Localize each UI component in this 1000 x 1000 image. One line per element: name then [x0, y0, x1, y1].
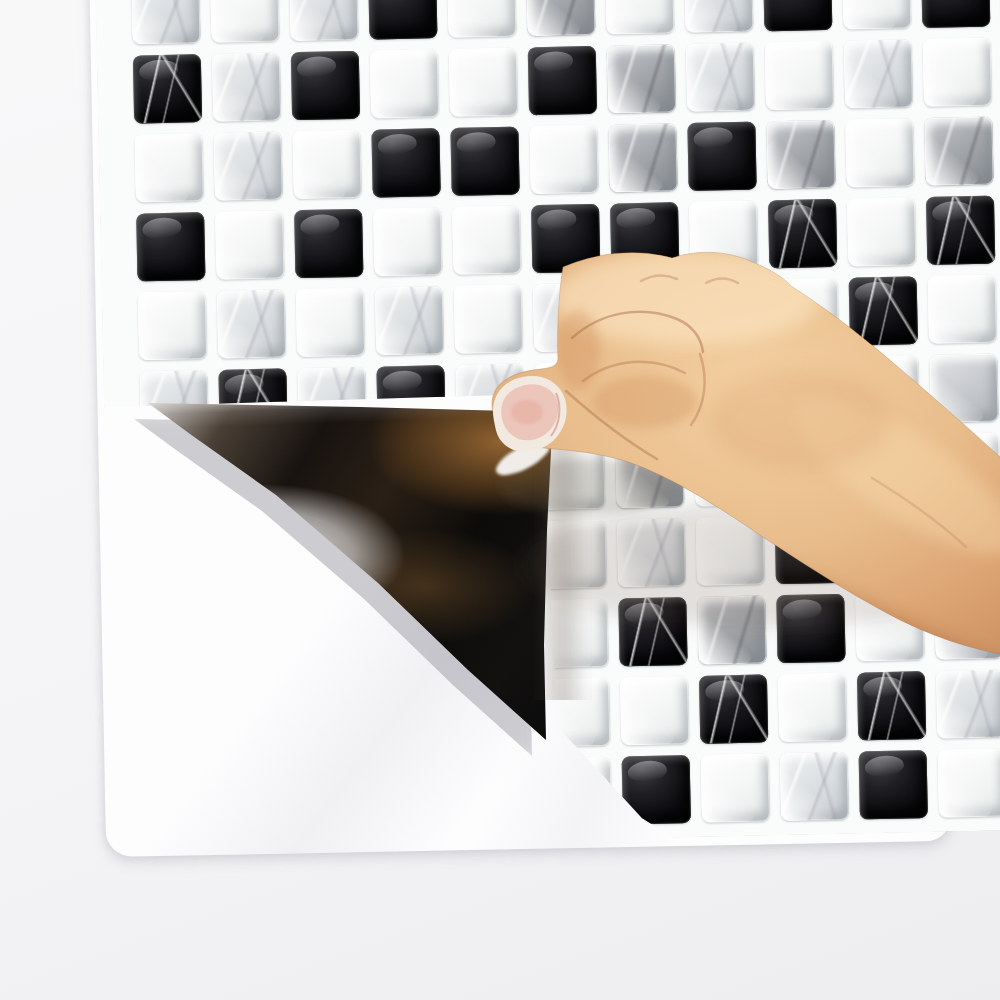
mosaic-tile-light-gray-marble — [217, 289, 286, 358]
mosaic-tile-glossy-white — [373, 207, 442, 276]
mosaic-tile-glossy-black — [371, 128, 440, 197]
mosaic-tile-dark-gray-marble — [526, 0, 595, 36]
mosaic-tile-glossy-black — [859, 750, 928, 819]
mosaic-tile-glossy-black — [450, 127, 519, 196]
mosaic-tile-glossy-black — [528, 46, 597, 115]
mosaic-tile-light-gray-marble — [289, 0, 358, 41]
mosaic-tile-glossy-white — [296, 288, 365, 357]
mosaic-tile-light-gray-marble — [780, 752, 849, 821]
mosaic-tile-dark-gray-marble — [608, 123, 677, 192]
mosaic-tile-glossy-black — [921, 0, 990, 28]
hand-illustration — [440, 230, 1000, 700]
mosaic-tile-light-gray-marble — [375, 286, 444, 355]
mosaic-tile-glossy-black — [136, 212, 205, 281]
mosaic-tile-glossy-white — [447, 0, 516, 38]
mosaic-tile-glossy-black — [763, 0, 832, 31]
mosaic-tile-glossy-white — [842, 0, 911, 30]
mosaic-tile-dark-gray-marble — [607, 44, 676, 113]
mosaic-tile-glossy-white — [292, 130, 361, 199]
mosaic-tile-light-gray-marble — [131, 0, 200, 45]
mosaic-tile-black-marble-veined — [133, 54, 202, 123]
mosaic-tile-glossy-white — [529, 125, 598, 194]
mosaic-tile-light-gray-marble — [684, 0, 753, 33]
mosaic-tile-dark-gray-marble — [766, 120, 835, 189]
mosaic-tile-glossy-white — [701, 753, 770, 822]
mosaic-tile-light-gray-marble — [844, 39, 913, 108]
mosaic-tile-glossy-white — [923, 38, 992, 107]
mosaic-tile-glossy-black — [294, 209, 363, 278]
mosaic-tile-light-gray-marble — [212, 52, 281, 121]
mosaic-tile-glossy-white — [215, 210, 284, 279]
mosaic-tile-dark-gray-marble — [924, 117, 993, 186]
mosaic-tile-glossy-white — [449, 48, 518, 117]
mosaic-tile-glossy-white — [845, 118, 914, 187]
mosaic-tile-glossy-white — [134, 133, 203, 202]
product-photo-scene — [0, 0, 1000, 1000]
mosaic-tile-glossy-white — [210, 0, 279, 43]
mosaic-tile-glossy-black — [368, 0, 437, 40]
hand — [440, 230, 1000, 700]
mosaic-tile-glossy-white — [937, 748, 1000, 817]
mosaic-tile-glossy-black — [291, 51, 360, 120]
mosaic-tile-glossy-white — [605, 0, 674, 35]
mosaic-tile-light-gray-marble — [686, 43, 755, 112]
mosaic-tile-glossy-white — [370, 49, 439, 118]
mosaic-tile-glossy-white — [765, 41, 834, 110]
mosaic-tile-glossy-white — [138, 291, 207, 360]
mosaic-tile-glossy-black — [687, 122, 756, 191]
mosaic-tile-light-gray-marble — [213, 131, 282, 200]
